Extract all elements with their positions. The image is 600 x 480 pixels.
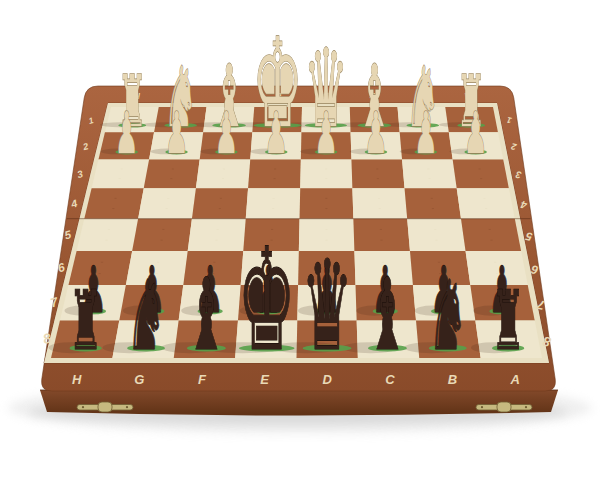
square-g5 xyxy=(132,219,192,251)
file-label-bottom-f: F xyxy=(198,372,207,387)
piece-glyph-pawn: ♟ xyxy=(364,99,388,167)
square-c4 xyxy=(352,188,407,219)
hinge-left-knuckle xyxy=(98,402,112,412)
file-label-bottom-a: A xyxy=(509,372,519,387)
square-f4 xyxy=(192,188,248,219)
file-label-bottom-g: G xyxy=(134,372,144,387)
hinge-right-knuckle xyxy=(497,402,511,412)
hinge-right-pin xyxy=(525,406,527,408)
square-a5 xyxy=(461,219,521,251)
piece-glyph-queen: ♛ xyxy=(301,234,352,379)
chessboard-scene: 1122334455667788HHGGFFEEDDCCBBAA♜♞♝♛♚♝♞♜… xyxy=(0,0,600,480)
file-label-bottom-c: C xyxy=(385,372,395,387)
square-e4 xyxy=(246,188,300,219)
square-g4 xyxy=(138,188,196,219)
piece-glyph-king: ♚ xyxy=(238,218,296,383)
square-b4 xyxy=(405,188,461,219)
square-b5 xyxy=(407,219,465,251)
piece-glyph-bishop: ♝ xyxy=(186,257,227,373)
square-c5 xyxy=(353,219,410,251)
piece-glyph-knight: ♞ xyxy=(126,259,166,372)
hinge-left-pin xyxy=(82,406,84,408)
piece-glyph-pawn: ♟ xyxy=(314,99,338,167)
piece-glyph-knight: ♞ xyxy=(428,259,468,372)
file-label-bottom-h: H xyxy=(72,372,82,387)
piece-glyph-rook: ♜ xyxy=(69,273,103,368)
piece-glyph-pawn: ♟ xyxy=(414,99,438,167)
square-h4 xyxy=(84,188,143,219)
board-front-face xyxy=(40,390,558,416)
piece-glyph-pawn: ♟ xyxy=(464,99,488,167)
file-label-bottom-b: B xyxy=(448,372,457,387)
piece-glyph-bishop: ♝ xyxy=(367,257,408,373)
piece-glyph-pawn: ♟ xyxy=(165,99,189,167)
square-d4 xyxy=(300,188,354,219)
piece-glyph-pawn: ♟ xyxy=(264,99,288,167)
piece-glyph-rook: ♜ xyxy=(491,273,525,368)
piece-glyph-pawn: ♟ xyxy=(214,99,238,167)
hinge-left-pin xyxy=(126,406,128,408)
square-h5 xyxy=(77,219,139,251)
piece-glyph-pawn: ♟ xyxy=(115,99,139,167)
hinge-right-pin xyxy=(481,406,483,408)
square-a4 xyxy=(457,188,515,219)
chessboard-photo: 1122334455667788HHGGFFEEDDCCBBAA♜♞♝♛♚♝♞♜… xyxy=(0,0,600,480)
